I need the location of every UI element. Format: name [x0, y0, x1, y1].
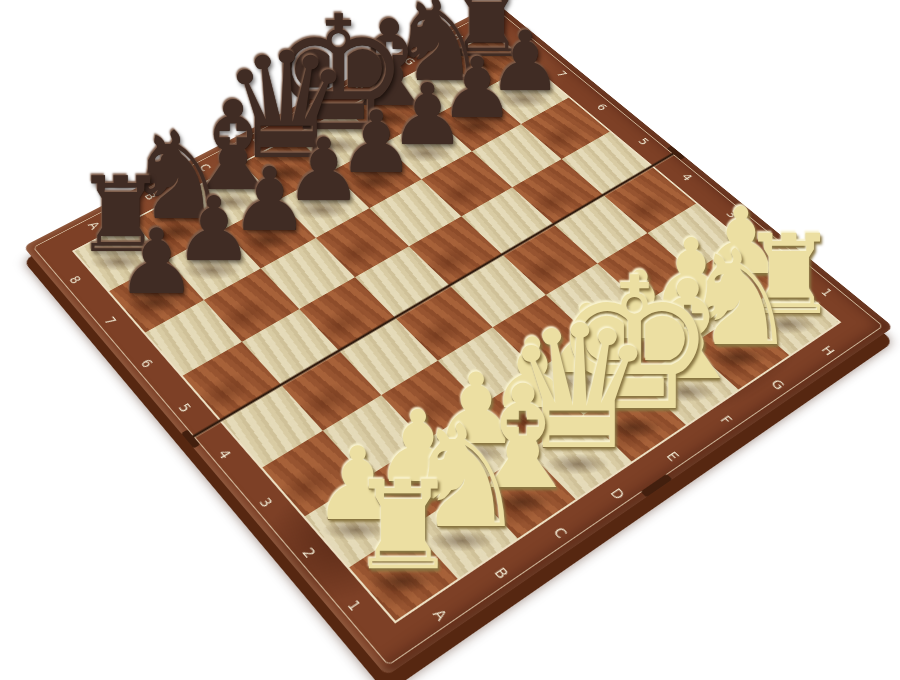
rank-label-left-3: 3	[257, 495, 275, 509]
file-label-top-E: E	[303, 108, 318, 118]
photo-scene: AA11BB22CC33DD44EE55FF66GG77HH88 ♜♞♟♝♟♚♟…	[0, 0, 900, 680]
file-label-bottom-H: H	[819, 344, 837, 358]
file-label-bottom-B: B	[492, 565, 511, 581]
file-label-bottom-E: E	[664, 449, 682, 463]
file-label-bottom-C: C	[551, 525, 570, 540]
board-field	[75, 33, 839, 621]
rank-label-left-1: 1	[345, 598, 364, 614]
rank-label-right-3: 3	[724, 209, 740, 220]
rank-label-left-6: 6	[138, 357, 155, 370]
file-label-top-C: C	[197, 162, 213, 173]
rank-label-left-4: 4	[216, 447, 234, 461]
file-label-top-G: G	[402, 56, 418, 66]
file-label-bottom-A: A	[430, 607, 450, 623]
file-label-top-A: A	[86, 220, 103, 231]
file-label-top-B: B	[142, 190, 158, 201]
file-label-top-D: D	[250, 134, 266, 145]
rank-label-left-5: 5	[176, 401, 194, 414]
rank-label-right-7: 7	[554, 69, 569, 79]
rank-label-left-7: 7	[102, 315, 119, 327]
rank-label-left-2: 2	[300, 545, 319, 560]
rank-label-right-2: 2	[771, 247, 787, 258]
rank-label-right-8: 8	[516, 37, 531, 46]
rank-label-left-8: 8	[67, 274, 84, 286]
chess-board: AA11BB22CC33DD44EE55FF66GG77HH88	[23, 3, 894, 677]
file-label-bottom-G: G	[769, 377, 788, 391]
file-label-top-F: F	[353, 82, 368, 91]
file-label-bottom-F: F	[718, 413, 735, 426]
file-label-bottom-D: D	[608, 486, 627, 502]
rank-label-right-5: 5	[636, 136, 651, 146]
rank-label-right-4: 4	[679, 172, 695, 183]
rank-label-right-6: 6	[595, 102, 610, 112]
rank-label-right-1: 1	[819, 286, 835, 298]
file-label-top-H: H	[450, 32, 465, 42]
